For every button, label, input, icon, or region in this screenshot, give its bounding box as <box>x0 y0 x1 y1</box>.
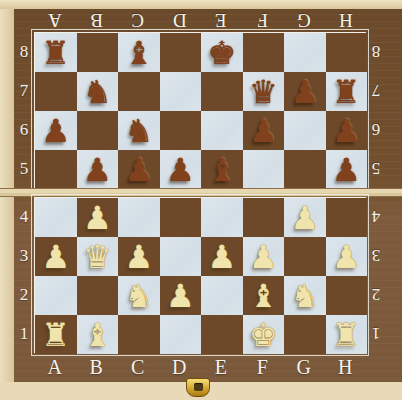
light-knight-piece: ♞ <box>118 276 160 315</box>
square-e5: ♝ <box>201 150 243 189</box>
square-f4 <box>243 198 285 237</box>
light-pawn-piece: ♟ <box>160 276 202 315</box>
file-label-bottom-e: E <box>200 354 242 380</box>
file-label-top-h: H <box>325 9 367 31</box>
square-d7 <box>160 72 202 111</box>
rank-label-right-4: 4 <box>366 197 386 236</box>
square-c3: ♟ <box>118 237 160 276</box>
square-e6 <box>201 111 243 150</box>
rank-label-left-8: 8 <box>14 32 34 71</box>
dark-bishop-piece: ♝ <box>118 33 160 72</box>
dark-knight-piece: ♞ <box>77 72 119 111</box>
dark-knight-piece: ♞ <box>118 111 160 150</box>
file-label-top-f: F <box>242 9 284 31</box>
light-pawn-piece: ♟ <box>284 198 326 237</box>
light-bishop-piece: ♝ <box>243 276 285 315</box>
file-label-bottom-a: A <box>34 354 76 380</box>
board-upper-half: ♜♝♚♞♛♟♜♟♞♟♟♟♟♟♝♟ <box>34 32 366 188</box>
light-pawn-piece: ♟ <box>35 237 77 276</box>
rank-label-right-5: 5 <box>366 149 386 188</box>
file-label-top-e: E <box>200 9 242 31</box>
square-f8 <box>243 33 285 72</box>
rank-label-left-5: 5 <box>14 149 34 188</box>
square-a8: ♜ <box>35 33 77 72</box>
square-g6 <box>284 111 326 150</box>
square-b3: ♛ <box>77 237 119 276</box>
dark-pawn-piece: ♟ <box>284 72 326 111</box>
dark-pawn-piece: ♟ <box>77 150 119 189</box>
dark-pawn-piece: ♟ <box>326 150 368 189</box>
rank-label-left-4: 4 <box>14 197 34 236</box>
file-label-bottom-c: C <box>117 354 159 380</box>
square-a5 <box>35 150 77 189</box>
file-label-bottom-f: F <box>242 354 284 380</box>
rank-label-right-1: 1 <box>366 314 386 353</box>
light-queen-piece: ♛ <box>77 237 119 276</box>
light-pawn-piece: ♟ <box>77 198 119 237</box>
square-f5 <box>243 150 285 189</box>
light-pawn-piece: ♟ <box>118 237 160 276</box>
rank-label-right-7: 7 <box>366 71 386 110</box>
rank-label-left-6: 6 <box>14 110 34 149</box>
square-f7: ♛ <box>243 72 285 111</box>
square-b2 <box>77 276 119 315</box>
hinge-seam <box>0 188 402 197</box>
square-d4 <box>160 198 202 237</box>
dark-bishop-piece: ♝ <box>201 150 243 189</box>
square-h6: ♟ <box>326 111 368 150</box>
rank-label-right-3: 3 <box>366 236 386 275</box>
rank-label-right-6: 6 <box>366 110 386 149</box>
square-d2: ♟ <box>160 276 202 315</box>
rank-label-right-8: 8 <box>366 32 386 71</box>
square-b8 <box>77 33 119 72</box>
board-lower-half: ♟♟♟♛♟♟♟♟♞♟♝♞♜♝♚♜ <box>34 197 366 353</box>
square-b1: ♝ <box>77 315 119 354</box>
file-label-bottom-g: G <box>283 354 325 380</box>
file-label-bottom-d: D <box>159 354 201 380</box>
square-c6: ♞ <box>118 111 160 150</box>
rank-label-left-7: 7 <box>14 71 34 110</box>
square-a3: ♟ <box>35 237 77 276</box>
rank-labels-right-lower: 4321 <box>366 197 386 353</box>
file-label-bottom-b: B <box>76 354 118 380</box>
light-rook-piece: ♜ <box>35 315 77 354</box>
square-b6 <box>77 111 119 150</box>
square-g1 <box>284 315 326 354</box>
square-c1 <box>118 315 160 354</box>
folding-chess-board-photo: ABCDEFGH ABCDEFGH 8765 4321 8765 4321 ♜♝… <box>0 0 402 400</box>
box-edge-top <box>0 0 402 9</box>
square-a1: ♜ <box>35 315 77 354</box>
square-g8 <box>284 33 326 72</box>
light-king-piece: ♚ <box>243 315 285 354</box>
dark-pawn-piece: ♟ <box>118 150 160 189</box>
square-c5: ♟ <box>118 150 160 189</box>
square-h2 <box>326 276 368 315</box>
file-label-bottom-h: H <box>325 354 367 380</box>
square-c4 <box>118 198 160 237</box>
file-label-top-d: D <box>159 9 201 31</box>
square-f1: ♚ <box>243 315 285 354</box>
rank-label-left-3: 3 <box>14 236 34 275</box>
file-labels-bottom: ABCDEFGH <box>34 354 366 380</box>
light-pawn-piece: ♟ <box>243 237 285 276</box>
square-a6: ♟ <box>35 111 77 150</box>
square-e3: ♟ <box>201 237 243 276</box>
square-b7: ♞ <box>77 72 119 111</box>
rank-labels-left-upper: 8765 <box>14 32 34 188</box>
rank-labels-left-lower: 4321 <box>14 197 34 353</box>
square-d6 <box>160 111 202 150</box>
light-pawn-piece: ♟ <box>326 237 368 276</box>
square-e1 <box>201 315 243 354</box>
square-h8 <box>326 33 368 72</box>
square-c8: ♝ <box>118 33 160 72</box>
brass-clasp <box>186 378 210 397</box>
light-bishop-piece: ♝ <box>77 315 119 354</box>
square-d3 <box>160 237 202 276</box>
square-e7 <box>201 72 243 111</box>
dark-queen-piece: ♛ <box>243 72 285 111</box>
square-f2: ♝ <box>243 276 285 315</box>
square-c7 <box>118 72 160 111</box>
square-b4: ♟ <box>77 198 119 237</box>
square-g7: ♟ <box>284 72 326 111</box>
file-label-top-g: G <box>283 9 325 31</box>
square-h4 <box>326 198 368 237</box>
file-label-top-c: C <box>117 9 159 31</box>
dark-pawn-piece: ♟ <box>326 111 368 150</box>
square-h5: ♟ <box>326 150 368 189</box>
dark-pawn-piece: ♟ <box>243 111 285 150</box>
square-g3 <box>284 237 326 276</box>
rank-label-left-1: 1 <box>14 314 34 353</box>
square-d1 <box>160 315 202 354</box>
dark-king-piece: ♚ <box>201 33 243 72</box>
square-g2: ♞ <box>284 276 326 315</box>
square-a4 <box>35 198 77 237</box>
square-a2 <box>35 276 77 315</box>
light-knight-piece: ♞ <box>284 276 326 315</box>
square-f3: ♟ <box>243 237 285 276</box>
rank-label-left-2: 2 <box>14 275 34 314</box>
file-label-top-a: A <box>34 9 76 31</box>
square-d8 <box>160 33 202 72</box>
square-b5: ♟ <box>77 150 119 189</box>
square-h3: ♟ <box>326 237 368 276</box>
square-e2 <box>201 276 243 315</box>
square-f6: ♟ <box>243 111 285 150</box>
light-pawn-piece: ♟ <box>201 237 243 276</box>
square-a7 <box>35 72 77 111</box>
square-g5 <box>284 150 326 189</box>
clasp-hole <box>194 383 203 391</box>
dark-pawn-piece: ♟ <box>160 150 202 189</box>
file-label-top-b: B <box>76 9 118 31</box>
square-h1: ♜ <box>326 315 368 354</box>
square-d5: ♟ <box>160 150 202 189</box>
dark-pawn-piece: ♟ <box>35 111 77 150</box>
rank-labels-right-upper: 8765 <box>366 32 386 188</box>
file-labels-top: ABCDEFGH <box>34 9 366 31</box>
square-h7: ♜ <box>326 72 368 111</box>
dark-rook-piece: ♜ <box>35 33 77 72</box>
square-c2: ♞ <box>118 276 160 315</box>
light-rook-piece: ♜ <box>326 315 368 354</box>
square-g4: ♟ <box>284 198 326 237</box>
square-e4 <box>201 198 243 237</box>
rank-label-right-2: 2 <box>366 275 386 314</box>
square-e8: ♚ <box>201 33 243 72</box>
dark-rook-piece: ♜ <box>326 72 368 111</box>
